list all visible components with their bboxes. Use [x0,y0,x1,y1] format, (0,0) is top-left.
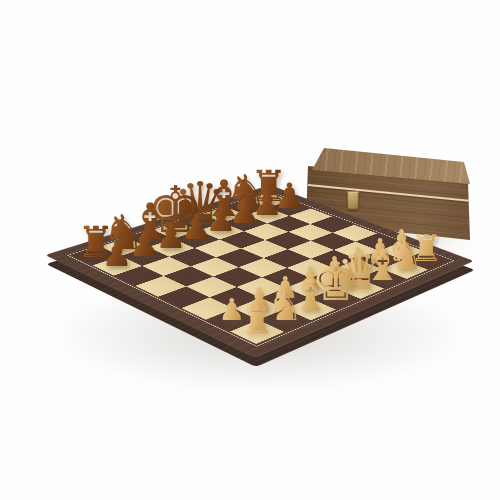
piece-black-pawn: ♟ [129,228,160,263]
pieces-layer: ♜♞♝♛♚♝♞♜♟♟♟♟♟♟♟♟♟♟♟♟♟♟♟♟♜♞♝♛♚♝♞♜ [0,0,500,500]
piece-white-rook: ♜ [241,301,274,338]
piece-black-pawn: ♟ [101,237,132,272]
chess-set-photo: ♜♞♝♛♚♝♞♜♟♟♟♟♟♟♟♟♟♟♟♟♟♟♟♟♜♞♝♛♚♝♞♜ [0,0,500,500]
